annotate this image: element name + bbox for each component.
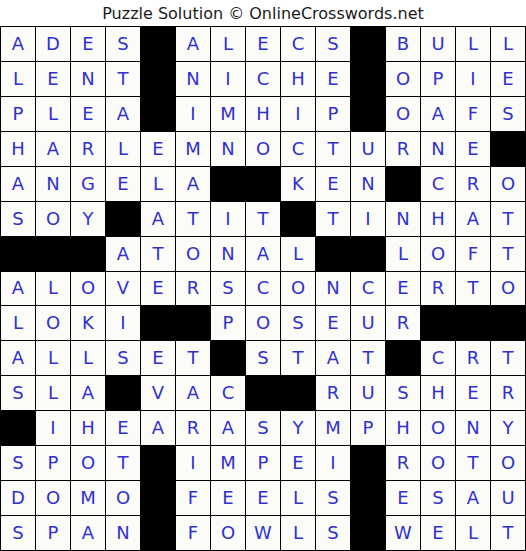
letter-cell: A bbox=[176, 376, 211, 411]
letter-cell: E bbox=[316, 167, 351, 202]
letter-cell: A bbox=[106, 237, 141, 272]
letter-cell: C bbox=[351, 272, 386, 307]
letter-cell: R bbox=[386, 446, 421, 481]
letter-cell: L bbox=[491, 27, 526, 62]
letter-cell: I bbox=[176, 97, 211, 132]
letter-cell: N bbox=[386, 202, 421, 237]
letter-cell: S bbox=[421, 481, 456, 516]
letter-cell: H bbox=[246, 97, 281, 132]
letter-cell: C bbox=[246, 272, 281, 307]
letter-cell: L bbox=[386, 237, 421, 272]
black-cell bbox=[211, 167, 246, 202]
letter-cell: U bbox=[421, 27, 456, 62]
letter-cell: B bbox=[386, 27, 421, 62]
letter-cell: C bbox=[281, 27, 316, 62]
letter-cell: S bbox=[316, 27, 351, 62]
letter-cell: A bbox=[36, 132, 71, 167]
black-cell bbox=[141, 446, 176, 481]
letter-cell: S bbox=[211, 272, 246, 307]
letter-cell: R bbox=[176, 272, 211, 307]
letter-cell: F bbox=[176, 516, 211, 551]
letter-cell: S bbox=[1, 516, 36, 551]
letter-cell: E bbox=[106, 411, 141, 446]
letter-cell: T bbox=[281, 341, 316, 376]
black-cell bbox=[71, 237, 106, 272]
black-cell bbox=[106, 376, 141, 411]
letter-cell: R bbox=[456, 341, 491, 376]
letter-cell: A bbox=[211, 411, 246, 446]
black-cell bbox=[351, 62, 386, 97]
letter-cell: L bbox=[281, 481, 316, 516]
letter-cell: I bbox=[281, 97, 316, 132]
letter-cell: O bbox=[106, 481, 141, 516]
letter-cell: I bbox=[316, 446, 351, 481]
letter-cell: E bbox=[71, 97, 106, 132]
letter-cell: E bbox=[36, 62, 71, 97]
letter-cell: T bbox=[456, 446, 491, 481]
letter-cell: E bbox=[421, 516, 456, 551]
letter-cell: A bbox=[176, 27, 211, 62]
letter-cell: M bbox=[211, 97, 246, 132]
letter-cell: E bbox=[281, 446, 316, 481]
letter-cell: N bbox=[211, 132, 246, 167]
black-cell bbox=[351, 97, 386, 132]
letter-cell: E bbox=[141, 341, 176, 376]
letter-cell: P bbox=[246, 446, 281, 481]
black-cell bbox=[316, 237, 351, 272]
black-cell bbox=[211, 341, 246, 376]
letter-cell: T bbox=[491, 202, 526, 237]
letter-cell: P bbox=[421, 62, 456, 97]
letter-cell: A bbox=[176, 167, 211, 202]
black-cell bbox=[281, 202, 316, 237]
letter-cell: O bbox=[36, 481, 71, 516]
letter-cell: A bbox=[1, 341, 36, 376]
letter-cell: E bbox=[106, 167, 141, 202]
letter-cell: T bbox=[456, 272, 491, 307]
black-cell bbox=[141, 516, 176, 551]
black-cell bbox=[141, 27, 176, 62]
letter-cell: K bbox=[281, 167, 316, 202]
letter-cell: T bbox=[351, 341, 386, 376]
letter-cell: S bbox=[1, 446, 36, 481]
letter-cell: A bbox=[106, 97, 141, 132]
letter-cell: F bbox=[456, 97, 491, 132]
letter-cell: A bbox=[1, 27, 36, 62]
letter-cell: T bbox=[176, 341, 211, 376]
letter-cell: D bbox=[1, 481, 36, 516]
letter-cell: O bbox=[176, 237, 211, 272]
letter-cell: E bbox=[491, 62, 526, 97]
letter-cell: L bbox=[106, 132, 141, 167]
letter-cell: S bbox=[246, 411, 281, 446]
letter-cell: R bbox=[386, 306, 421, 341]
black-cell bbox=[176, 306, 211, 341]
letter-cell: O bbox=[71, 272, 106, 307]
letter-cell: R bbox=[386, 132, 421, 167]
black-cell bbox=[421, 306, 456, 341]
letter-cell: P bbox=[1, 97, 36, 132]
black-cell bbox=[141, 481, 176, 516]
letter-cell: L bbox=[36, 341, 71, 376]
letter-cell: T bbox=[141, 237, 176, 272]
letter-cell: U bbox=[351, 376, 386, 411]
black-cell bbox=[281, 376, 316, 411]
puzzle-title: Puzzle Solution © OnlineCrosswords.net bbox=[102, 4, 424, 23]
letter-cell: N bbox=[36, 167, 71, 202]
letter-cell: L bbox=[36, 272, 71, 307]
letter-cell: O bbox=[421, 411, 456, 446]
letter-cell: N bbox=[351, 167, 386, 202]
black-cell bbox=[141, 306, 176, 341]
black-cell bbox=[106, 202, 141, 237]
letter-cell: A bbox=[316, 341, 351, 376]
letter-cell: U bbox=[351, 132, 386, 167]
letter-cell: A bbox=[1, 167, 36, 202]
letter-cell: L bbox=[1, 306, 36, 341]
letter-cell: S bbox=[281, 306, 316, 341]
letter-cell: W bbox=[246, 516, 281, 551]
letter-cell: D bbox=[36, 27, 71, 62]
letter-cell: O bbox=[211, 516, 246, 551]
letter-cell: T bbox=[176, 202, 211, 237]
letter-cell: S bbox=[106, 27, 141, 62]
letter-cell: W bbox=[386, 516, 421, 551]
letter-cell: T bbox=[491, 516, 526, 551]
letter-cell: N bbox=[456, 411, 491, 446]
letter-cell: E bbox=[456, 376, 491, 411]
letter-cell: Y bbox=[71, 202, 106, 237]
letter-cell: E bbox=[246, 481, 281, 516]
black-cell bbox=[491, 306, 526, 341]
letter-cell: T bbox=[246, 202, 281, 237]
letter-cell: Y bbox=[281, 411, 316, 446]
letter-cell: E bbox=[456, 132, 491, 167]
letter-cell: N bbox=[421, 132, 456, 167]
letter-cell: O bbox=[491, 272, 526, 307]
letter-cell: K bbox=[71, 306, 106, 341]
letter-cell: O bbox=[421, 237, 456, 272]
letter-cell: S bbox=[316, 516, 351, 551]
letter-cell: S bbox=[1, 202, 36, 237]
letter-cell: S bbox=[386, 376, 421, 411]
letter-cell: T bbox=[316, 202, 351, 237]
letter-cell: A bbox=[141, 202, 176, 237]
letter-cell: N bbox=[211, 237, 246, 272]
black-cell bbox=[1, 411, 36, 446]
letter-cell: E bbox=[316, 62, 351, 97]
letter-cell: H bbox=[281, 62, 316, 97]
letter-cell: P bbox=[351, 411, 386, 446]
crossword-grid: ADESALECSBULLLENTNICHEOPIEPLEAIMHIPOAFSH… bbox=[0, 26, 526, 551]
letter-cell: O bbox=[36, 202, 71, 237]
letter-cell: E bbox=[141, 132, 176, 167]
letter-cell: A bbox=[141, 411, 176, 446]
letter-cell: E bbox=[141, 272, 176, 307]
letter-cell: P bbox=[316, 97, 351, 132]
letter-cell: A bbox=[456, 202, 491, 237]
letter-cell: L bbox=[36, 97, 71, 132]
letter-cell: A bbox=[71, 516, 106, 551]
letter-cell: U bbox=[351, 306, 386, 341]
black-cell bbox=[351, 516, 386, 551]
letter-cell: T bbox=[491, 341, 526, 376]
black-cell bbox=[141, 62, 176, 97]
letter-cell: O bbox=[491, 446, 526, 481]
letter-cell: A bbox=[456, 481, 491, 516]
letter-cell: G bbox=[71, 167, 106, 202]
letter-cell: T bbox=[106, 446, 141, 481]
black-cell bbox=[386, 167, 421, 202]
letter-cell: P bbox=[36, 516, 71, 551]
letter-cell: S bbox=[106, 341, 141, 376]
letter-cell: F bbox=[456, 237, 491, 272]
letter-cell: L bbox=[456, 27, 491, 62]
letter-cell: M bbox=[71, 481, 106, 516]
letter-cell: R bbox=[491, 376, 526, 411]
letter-cell: I bbox=[106, 306, 141, 341]
letter-cell: S bbox=[316, 481, 351, 516]
black-cell bbox=[351, 446, 386, 481]
letter-cell: O bbox=[491, 167, 526, 202]
letter-cell: O bbox=[246, 132, 281, 167]
letter-cell: L bbox=[1, 62, 36, 97]
letter-cell: V bbox=[141, 376, 176, 411]
letter-cell: R bbox=[316, 376, 351, 411]
letter-cell: O bbox=[71, 446, 106, 481]
letter-cell: C bbox=[421, 341, 456, 376]
letter-cell: Y bbox=[491, 411, 526, 446]
letter-cell: M bbox=[211, 446, 246, 481]
letter-cell: H bbox=[421, 376, 456, 411]
letter-cell: C bbox=[281, 132, 316, 167]
letter-cell: F bbox=[176, 481, 211, 516]
letter-cell: H bbox=[386, 411, 421, 446]
black-cell bbox=[351, 27, 386, 62]
letter-cell: C bbox=[421, 167, 456, 202]
letter-cell: E bbox=[386, 272, 421, 307]
letter-cell: T bbox=[316, 132, 351, 167]
letter-cell: M bbox=[316, 411, 351, 446]
letter-cell: C bbox=[246, 62, 281, 97]
letter-cell: H bbox=[1, 132, 36, 167]
letter-cell: V bbox=[106, 272, 141, 307]
letter-cell: L bbox=[281, 516, 316, 551]
letter-cell: O bbox=[386, 62, 421, 97]
letter-cell: I bbox=[456, 62, 491, 97]
letter-cell: E bbox=[246, 27, 281, 62]
letter-cell: S bbox=[246, 341, 281, 376]
letter-cell: T bbox=[106, 62, 141, 97]
black-cell bbox=[36, 237, 71, 272]
black-cell bbox=[246, 376, 281, 411]
letter-cell: A bbox=[71, 376, 106, 411]
letter-cell: C bbox=[211, 376, 246, 411]
letter-cell: I bbox=[351, 202, 386, 237]
letter-cell: O bbox=[386, 97, 421, 132]
letter-cell: S bbox=[1, 376, 36, 411]
letter-cell: L bbox=[211, 27, 246, 62]
letter-cell: I bbox=[176, 446, 211, 481]
letter-cell: N bbox=[106, 516, 141, 551]
letter-cell: O bbox=[246, 306, 281, 341]
letter-cell: I bbox=[36, 411, 71, 446]
letter-cell: E bbox=[71, 27, 106, 62]
letter-cell: T bbox=[491, 237, 526, 272]
letter-cell: R bbox=[176, 411, 211, 446]
letter-cell: E bbox=[211, 481, 246, 516]
black-cell bbox=[351, 237, 386, 272]
letter-cell: P bbox=[36, 446, 71, 481]
letter-cell: L bbox=[141, 167, 176, 202]
letter-cell: H bbox=[71, 411, 106, 446]
black-cell bbox=[386, 341, 421, 376]
letter-cell: N bbox=[316, 272, 351, 307]
letter-cell: L bbox=[36, 376, 71, 411]
letter-cell: I bbox=[211, 202, 246, 237]
black-cell bbox=[246, 167, 281, 202]
letter-cell: L bbox=[456, 516, 491, 551]
letter-cell: A bbox=[421, 97, 456, 132]
black-cell bbox=[351, 481, 386, 516]
black-cell bbox=[456, 306, 491, 341]
letter-cell: L bbox=[71, 341, 106, 376]
letter-cell: O bbox=[421, 446, 456, 481]
letter-cell: L bbox=[281, 237, 316, 272]
letter-cell: R bbox=[71, 132, 106, 167]
letter-cell: H bbox=[421, 202, 456, 237]
letter-cell: S bbox=[491, 97, 526, 132]
letter-cell: R bbox=[456, 167, 491, 202]
letter-cell: N bbox=[176, 62, 211, 97]
letter-cell: N bbox=[71, 62, 106, 97]
letter-cell: E bbox=[316, 306, 351, 341]
letter-cell: A bbox=[1, 272, 36, 307]
letter-cell: O bbox=[36, 306, 71, 341]
letter-cell: U bbox=[491, 481, 526, 516]
letter-cell: A bbox=[246, 237, 281, 272]
black-cell bbox=[1, 237, 36, 272]
letter-cell: I bbox=[211, 62, 246, 97]
letter-cell: E bbox=[386, 481, 421, 516]
letter-cell: R bbox=[421, 272, 456, 307]
letter-cell: O bbox=[281, 272, 316, 307]
page-header: Puzzle Solution © OnlineCrosswords.net bbox=[0, 0, 526, 26]
black-cell bbox=[491, 132, 526, 167]
letter-cell: P bbox=[211, 306, 246, 341]
black-cell bbox=[141, 97, 176, 132]
letter-cell: M bbox=[176, 132, 211, 167]
